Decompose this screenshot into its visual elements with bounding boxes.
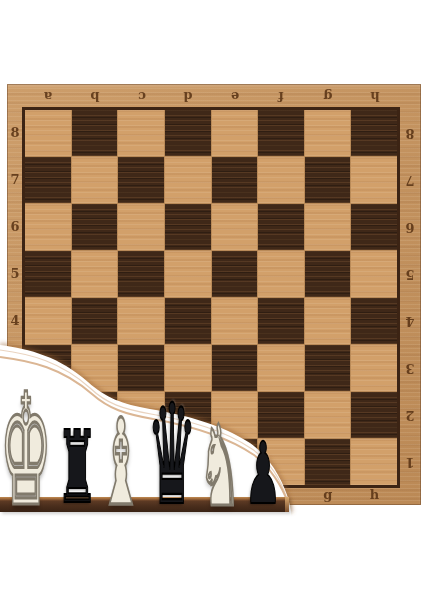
file-label-top-a: a [38,88,58,104]
square-e4 [212,298,258,344]
square-a7 [25,157,71,203]
square-b7 [72,157,118,203]
rank-label-right-6: 6 [400,219,420,235]
square-h1 [351,439,397,485]
square-b3 [72,345,118,391]
square-h5 [351,251,397,297]
file-label-top-e: e [225,88,245,104]
chessboard-product-image: aabbccddeeffgghh8877665544332211 ♚♜♝♛♞♟ [0,0,424,600]
rank-label-left-7: 7 [5,172,25,188]
square-c5 [118,251,164,297]
rank-label-right-4: 4 [400,313,420,329]
rank-label-right-1: 1 [400,454,420,470]
black-pawn-piece: ♟ [242,432,283,517]
rank-label-right-2: 2 [400,407,420,423]
square-d8 [165,110,211,156]
white-king-piece: ♚ [0,374,55,529]
square-f7 [258,157,304,203]
square-c8 [118,110,164,156]
square-f6 [258,204,304,250]
square-d5 [165,251,211,297]
rank-label-left-6: 6 [5,219,25,235]
square-c7 [118,157,164,203]
white-knight-piece: ♞ [197,410,244,522]
square-g6 [305,204,351,250]
rank-label-right-5: 5 [400,266,420,282]
rank-label-left-4: 4 [5,313,25,329]
square-g8 [305,110,351,156]
square-d4 [165,298,211,344]
square-e3 [212,345,258,391]
rank-label-right-7: 7 [400,172,420,188]
file-label-top-c: c [132,88,152,104]
square-f5 [258,251,304,297]
square-c4 [118,298,164,344]
square-f8 [258,110,304,156]
file-label-top-d: d [178,88,198,104]
square-a6 [25,204,71,250]
rank-label-left-8: 8 [5,125,25,141]
square-d6 [165,204,211,250]
square-g4 [305,298,351,344]
file-label-bottom-h: h [365,487,385,503]
square-h7 [351,157,397,203]
black-rook-piece: ♜ [54,418,101,518]
square-b8 [72,110,118,156]
rank-label-left-5: 5 [5,266,25,282]
square-c6 [118,204,164,250]
square-a8 [25,110,71,156]
square-e7 [212,157,258,203]
square-a5 [25,251,71,297]
square-h3 [351,345,397,391]
square-e5 [212,251,258,297]
file-label-top-f: f [271,88,291,104]
square-f3 [258,345,304,391]
square-h6 [351,204,397,250]
square-h4 [351,298,397,344]
square-g5 [305,251,351,297]
square-h8 [351,110,397,156]
file-label-top-b: b [85,88,105,104]
square-b6 [72,204,118,250]
square-g7 [305,157,351,203]
square-g3 [305,345,351,391]
square-e6 [212,204,258,250]
file-label-bottom-g: g [318,487,338,503]
square-h2 [351,392,397,438]
square-g2 [305,392,351,438]
file-label-top-h: h [365,88,385,104]
black-queen-piece: ♛ [144,387,200,526]
square-a4 [25,298,71,344]
square-g1 [305,439,351,485]
white-bishop-piece: ♝ [97,402,145,522]
file-label-top-g: g [318,88,338,104]
square-b5 [72,251,118,297]
rank-label-right-8: 8 [400,125,420,141]
rank-label-right-3: 3 [400,360,420,376]
square-e8 [212,110,258,156]
square-f4 [258,298,304,344]
square-d7 [165,157,211,203]
square-b4 [72,298,118,344]
